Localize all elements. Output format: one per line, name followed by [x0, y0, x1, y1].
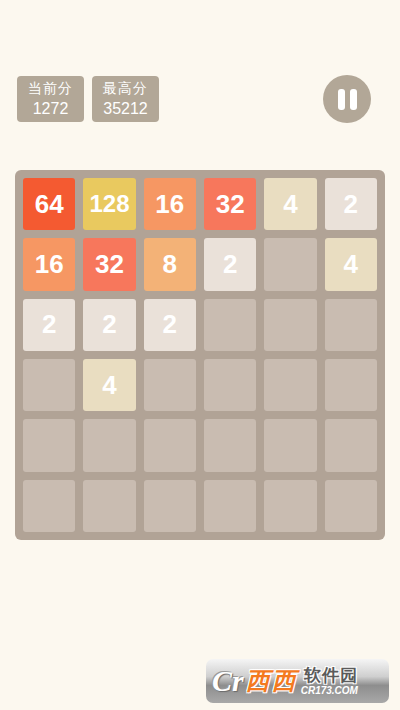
site-suffix-block: 软件园 CR173.COM: [301, 667, 358, 696]
header: 当前分 1272 最高分 35212: [0, 76, 400, 124]
tile-2: 2: [144, 299, 196, 351]
empty-cell: [204, 299, 256, 351]
empty-cell: [144, 359, 196, 411]
tile-2: 2: [204, 238, 256, 290]
pause-button[interactable]: [323, 75, 371, 123]
best-score-badge: 最高分 35212: [92, 76, 159, 122]
tile-32: 32: [204, 178, 256, 230]
empty-cell: [325, 419, 377, 471]
tile-64: 64: [23, 178, 75, 230]
pause-icon: [338, 89, 345, 110]
tile-4: 4: [264, 178, 316, 230]
tile-2: 2: [325, 178, 377, 230]
tile-16: 16: [23, 238, 75, 290]
current-score-value: 1272: [33, 98, 69, 119]
pause-icon: [350, 89, 357, 110]
empty-cell: [204, 359, 256, 411]
tile-32: 32: [83, 238, 135, 290]
board[interactable]: 6412816324216328242224: [15, 170, 385, 540]
empty-cell: [264, 299, 316, 351]
tile-16: 16: [144, 178, 196, 230]
site-url-text: CR173.COM: [301, 686, 358, 696]
empty-cell: [204, 419, 256, 471]
empty-cell: [264, 359, 316, 411]
empty-cell: [325, 480, 377, 532]
empty-cell: [264, 419, 316, 471]
empty-cell: [23, 359, 75, 411]
empty-cell: [325, 299, 377, 351]
empty-cell: [204, 480, 256, 532]
cr-logo-text: Cr: [212, 666, 244, 696]
empty-cell: [325, 359, 377, 411]
empty-cell: [83, 480, 135, 532]
tile-2: 2: [83, 299, 135, 351]
empty-cell: [264, 480, 316, 532]
site-suffix-text: 软件园: [304, 667, 358, 684]
empty-cell: [264, 238, 316, 290]
current-score-badge: 当前分 1272: [17, 76, 84, 122]
empty-cell: [23, 480, 75, 532]
empty-cell: [144, 419, 196, 471]
best-score-value: 35212: [103, 98, 148, 119]
empty-cell: [83, 419, 135, 471]
empty-cell: [144, 480, 196, 532]
current-score-label: 当前分: [28, 79, 73, 98]
empty-cell: [23, 419, 75, 471]
site-name-text: 西西: [246, 669, 298, 693]
tile-4: 4: [325, 238, 377, 290]
tile-4: 4: [83, 359, 135, 411]
best-score-label: 最高分: [103, 79, 148, 98]
tile-128: 128: [83, 178, 135, 230]
tile-8: 8: [144, 238, 196, 290]
watermark-logo: Cr 西西 软件园 CR173.COM: [206, 659, 389, 703]
tile-2: 2: [23, 299, 75, 351]
